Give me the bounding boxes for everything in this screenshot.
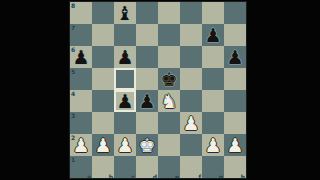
square-c7[interactable] [114,24,136,46]
square-d1[interactable]: d [136,156,158,178]
black-bishop-c8: ♝ [116,2,133,24]
square-a7[interactable]: 7 [70,24,92,46]
white-king-d2: ♚ [138,134,155,156]
square-f6[interactable] [180,46,202,68]
square-e1[interactable]: e [158,156,180,178]
square-c2[interactable]: ♟ [114,134,136,156]
square-b5[interactable] [92,68,114,90]
square-b4[interactable] [92,90,114,112]
square-a2[interactable]: 2♟ [70,134,92,156]
square-d7[interactable] [136,24,158,46]
square-g2[interactable]: ♟ [202,134,224,156]
square-h3[interactable] [224,112,246,134]
screenshot-canvas: 8♝7♟6♟♟♟5♚4♟♟♞3♟2♟♟♟♚♟♟1abcdefgh [0,0,320,180]
square-f1[interactable]: f [180,156,202,178]
rank-label-1: 1 [71,156,75,163]
square-c1[interactable]: c [114,156,136,178]
rank-label-2: 2 [71,134,75,141]
file-label-d: d [153,173,157,178]
square-e6[interactable] [158,46,180,68]
rank-label-3: 3 [71,112,75,119]
square-c4[interactable]: ♟ [114,90,136,112]
square-g7[interactable]: ♟ [202,24,224,46]
square-h2[interactable]: ♟ [224,134,246,156]
square-e2[interactable] [158,134,180,156]
square-f7[interactable] [180,24,202,46]
square-h1[interactable]: h [224,156,246,178]
square-g5[interactable] [202,68,224,90]
square-c5[interactable] [114,68,136,90]
black-pawn-c6: ♟ [116,46,133,68]
square-b6[interactable] [92,46,114,68]
square-f8[interactable] [180,2,202,24]
square-b1[interactable]: b [92,156,114,178]
file-label-b: b [109,173,113,178]
square-e8[interactable] [158,2,180,24]
square-b3[interactable] [92,112,114,134]
square-c6[interactable]: ♟ [114,46,136,68]
square-b2[interactable]: ♟ [92,134,114,156]
square-b8[interactable] [92,2,114,24]
square-g8[interactable] [202,2,224,24]
square-e5[interactable]: ♚ [158,68,180,90]
black-king-e5: ♚ [160,68,177,90]
black-pawn-h6: ♟ [226,46,243,68]
square-g6[interactable] [202,46,224,68]
square-h6[interactable]: ♟ [224,46,246,68]
square-a6[interactable]: 6♟ [70,46,92,68]
rank-label-6: 6 [71,46,75,53]
square-g3[interactable] [202,112,224,134]
square-c8[interactable]: ♝ [114,2,136,24]
white-pawn-g2: ♟ [204,134,221,156]
square-f5[interactable] [180,68,202,90]
square-a3[interactable]: 3 [70,112,92,134]
rank-label-5: 5 [71,68,75,75]
square-f3[interactable]: ♟ [180,112,202,134]
black-pawn-d4: ♟ [138,90,155,112]
square-d5[interactable] [136,68,158,90]
file-label-f: f [198,173,201,178]
square-e4[interactable]: ♞ [158,90,180,112]
square-a4[interactable]: 4 [70,90,92,112]
black-pawn-c4: ♟ [116,90,133,112]
square-a5[interactable]: 5 [70,68,92,90]
square-d4[interactable]: ♟ [136,90,158,112]
square-e7[interactable] [158,24,180,46]
square-a8[interactable]: 8 [70,2,92,24]
square-a1[interactable]: 1a [70,156,92,178]
file-label-h: h [241,173,245,178]
square-d3[interactable] [136,112,158,134]
white-pawn-c2: ♟ [116,134,133,156]
square-c3[interactable] [114,112,136,134]
square-e3[interactable] [158,112,180,134]
square-h4[interactable] [224,90,246,112]
rank-label-7: 7 [71,24,75,31]
square-g1[interactable]: g [202,156,224,178]
file-label-c: c [131,173,135,178]
square-d8[interactable] [136,2,158,24]
white-pawn-b2: ♟ [94,134,111,156]
white-pawn-f3: ♟ [182,112,199,134]
rank-label-8: 8 [71,2,75,9]
white-knight-e4: ♞ [160,90,177,112]
square-h8[interactable] [224,2,246,24]
square-f2[interactable] [180,134,202,156]
square-h5[interactable] [224,68,246,90]
black-pawn-g7: ♟ [204,24,221,46]
file-label-g: g [219,173,223,178]
rank-label-4: 4 [71,90,75,97]
file-label-e: e [175,173,179,178]
square-g4[interactable] [202,90,224,112]
white-pawn-h2: ♟ [226,134,243,156]
chess-board: 8♝7♟6♟♟♟5♚4♟♟♞3♟2♟♟♟♚♟♟1abcdefgh [70,2,246,178]
square-b7[interactable] [92,24,114,46]
square-d2[interactable]: ♚ [136,134,158,156]
file-label-a: a [87,173,91,178]
square-f4[interactable] [180,90,202,112]
square-d6[interactable] [136,46,158,68]
square-h7[interactable] [224,24,246,46]
